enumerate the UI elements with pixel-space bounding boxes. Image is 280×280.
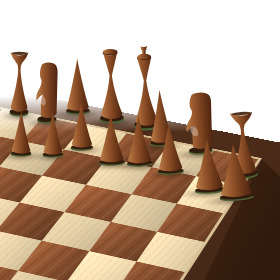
chess-piece-pawn-f7 bbox=[153, 122, 186, 175]
chess-piece-pawn-e7 bbox=[123, 114, 156, 167]
pieces-layer bbox=[0, 0, 280, 280]
chess-piece-pawn-c7 bbox=[68, 102, 96, 151]
chess-piece-pawn-b7 bbox=[40, 111, 65, 158]
chess-piece-pawn-a7 bbox=[9, 110, 34, 157]
chess-set-photo bbox=[0, 0, 280, 280]
chess-piece-rook-a8 bbox=[8, 51, 32, 117]
chess-piece-pawn-h7 bbox=[212, 142, 257, 203]
